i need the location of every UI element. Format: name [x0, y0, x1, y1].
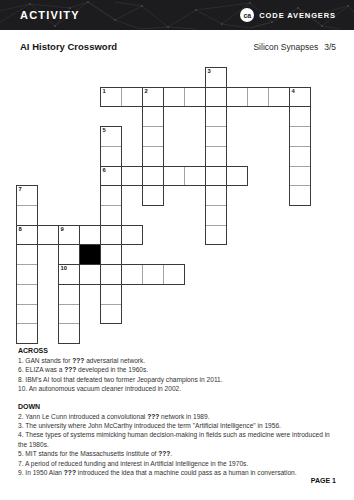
grid-cell[interactable]	[100, 185, 122, 206]
clue-item: 7. A period of reduced funding and inter…	[18, 459, 340, 468]
grid-cell[interactable]	[16, 323, 38, 344]
grid-cell[interactable]	[58, 264, 80, 285]
grid-cell[interactable]	[121, 264, 143, 285]
grid-cell[interactable]	[205, 146, 227, 167]
title-bar: AI History Crossword Silicon Synapses3/5	[0, 30, 354, 60]
code-avengers-logo-icon: ca	[240, 8, 254, 22]
grid-cell[interactable]	[163, 87, 185, 108]
grid-cell[interactable]	[205, 225, 227, 246]
grid-cell[interactable]	[121, 225, 143, 246]
grid-cell[interactable]	[16, 185, 38, 206]
grid-cell[interactable]	[205, 67, 227, 88]
clue-item: 10. An autonomous vacuum cleaner introdu…	[18, 384, 340, 393]
grid-cell[interactable]	[142, 126, 164, 147]
lesson-name: Silicon Synapses	[253, 42, 318, 52]
crossword-board: 12345678910	[16, 67, 312, 345]
grid-cell[interactable]	[247, 87, 269, 108]
grid-cell[interactable]	[226, 166, 248, 187]
clue-item: 9. In 1950 Alan ??? introduced the idea …	[18, 468, 340, 477]
grid-cell[interactable]	[163, 264, 185, 285]
lesson-progress: 3/5	[324, 42, 336, 52]
clue-item: 1. GAN stands for ??? adversarial networ…	[18, 356, 340, 365]
grid-cell[interactable]	[58, 225, 80, 246]
grid-cell[interactable]	[121, 87, 143, 108]
grid-cell[interactable]	[142, 185, 164, 206]
grid-cell[interactable]	[100, 146, 122, 167]
grid-cell[interactable]	[16, 264, 38, 285]
grid-cell[interactable]	[289, 126, 311, 147]
grid-cell[interactable]	[100, 264, 122, 285]
grid-cell[interactable]	[289, 185, 311, 206]
down-clues: 2. Yann Le Cunn introduced a convolution…	[18, 412, 340, 478]
clues-section: ACROSS 1. GAN stands for ??? adversarial…	[18, 346, 340, 477]
grid-cell[interactable]	[289, 146, 311, 167]
grid-cell[interactable]	[58, 323, 80, 344]
grid-cell[interactable]	[163, 166, 185, 187]
across-heading: ACROSS	[18, 346, 340, 356]
grid-cell[interactable]	[205, 166, 227, 187]
grid-cell[interactable]	[184, 166, 206, 187]
grid-cell[interactable]	[205, 126, 227, 147]
clue-item: 5. MIT stands for the Massachusetts Inst…	[18, 449, 340, 458]
grid-cell[interactable]	[100, 304, 122, 325]
grid-cell[interactable]	[142, 106, 164, 127]
page-number-label: PAGE 1	[311, 477, 336, 484]
brand-logo: ca CODE AVENGERS	[240, 8, 336, 22]
grid-cell[interactable]	[37, 225, 59, 246]
grid-cell[interactable]	[58, 304, 80, 325]
down-heading: DOWN	[18, 402, 340, 412]
lesson-subtitle: Silicon Synapses3/5	[253, 42, 336, 52]
grid-cell[interactable]	[100, 244, 122, 265]
grid-cell[interactable]	[100, 225, 122, 246]
grid-cell[interactable]	[100, 166, 122, 187]
grid-cell[interactable]	[79, 225, 101, 246]
grid-cell[interactable]	[289, 106, 311, 127]
grid-cell[interactable]	[205, 106, 227, 127]
grid-cell[interactable]	[226, 87, 248, 108]
grid-cell[interactable]	[16, 225, 38, 246]
across-clues: 1. GAN stands for ??? adversarial networ…	[18, 356, 340, 394]
grid-cell[interactable]	[121, 166, 143, 187]
down-block: DOWN 2. Yann Le Cunn introduced a convol…	[18, 402, 340, 478]
grid-cell[interactable]	[16, 304, 38, 325]
clue-item: 2. Yann Le Cunn introduced a convolution…	[18, 412, 340, 421]
grid-cell[interactable]	[142, 87, 164, 108]
grid-cell[interactable]	[100, 205, 122, 226]
grid-cell[interactable]	[58, 284, 80, 305]
clue-item: 3. The university where John McCarthy in…	[18, 421, 340, 430]
grid-cell[interactable]	[79, 264, 101, 285]
grid-cell[interactable]	[268, 87, 290, 108]
grid-cell[interactable]	[100, 126, 122, 147]
grid-cell[interactable]	[142, 264, 164, 285]
clue-item: 8. IBM's AI tool that defeated two forme…	[18, 375, 340, 384]
clue-item: 6. ELIZA was a ??? developed in the 1960…	[18, 365, 340, 374]
grid-cell[interactable]	[289, 166, 311, 187]
grid-cell[interactable]	[100, 284, 122, 305]
grid-cell[interactable]	[58, 244, 80, 265]
grid-cell[interactable]	[16, 205, 38, 226]
header-bar: ACTIVITY ca CODE AVENGERS	[0, 0, 354, 30]
grid-cell[interactable]	[142, 146, 164, 167]
grid-cell[interactable]	[184, 87, 206, 108]
grid-cell[interactable]	[289, 87, 311, 108]
grid-cell[interactable]	[205, 87, 227, 108]
activity-label: ACTIVITY	[20, 9, 80, 21]
worksheet-page: { "header": { "label": "ACTIVITY", "bran…	[0, 0, 354, 500]
grid-cell[interactable]	[142, 166, 164, 187]
brand-name: CODE AVENGERS	[259, 11, 336, 20]
grid-cell[interactable]	[16, 244, 38, 265]
clue-item: 4. These types of systems mimicking huma…	[18, 430, 340, 449]
grid-cell[interactable]	[205, 185, 227, 206]
page-title: AI History Crossword	[20, 41, 117, 52]
grid-cell[interactable]	[205, 205, 227, 226]
grid-cell[interactable]	[16, 284, 38, 305]
grid-cell[interactable]	[100, 87, 122, 108]
blocked-cell	[79, 244, 101, 265]
